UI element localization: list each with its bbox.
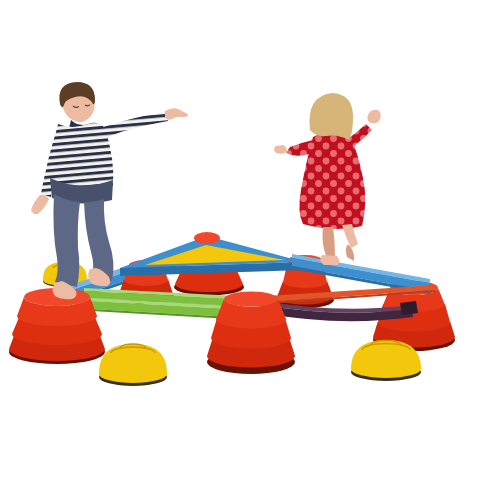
balance-course-scene xyxy=(0,0,480,480)
platform-apex-cap xyxy=(194,232,220,244)
yellow-dome-front-left xyxy=(99,344,167,386)
boy-left-leg xyxy=(53,194,80,287)
red-stone-front-left xyxy=(9,288,105,364)
product-photo xyxy=(0,0,480,480)
yellow-dome-front-right xyxy=(351,340,421,381)
plank-clamp xyxy=(400,301,418,315)
stone-top xyxy=(224,292,278,307)
girl-left-foot xyxy=(320,255,339,265)
